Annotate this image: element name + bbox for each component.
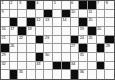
cell-7-0[interactable]: 32 xyxy=(1,62,10,71)
black-cell-7-6 xyxy=(53,62,62,71)
cell-3-1[interactable]: 17 xyxy=(10,27,19,36)
cell-1-3[interactable] xyxy=(27,10,36,19)
clue-number: 3 xyxy=(19,1,21,5)
cell-4-10[interactable]: 25 xyxy=(88,36,97,45)
cell-8-2[interactable]: 35 xyxy=(18,70,27,79)
cell-0-5[interactable] xyxy=(44,1,53,10)
cell-0-4[interactable]: 4 xyxy=(36,1,45,10)
cell-5-5[interactable] xyxy=(44,44,53,53)
cell-4-3[interactable] xyxy=(27,36,36,45)
clue-number: 25 xyxy=(88,36,92,40)
cell-2-7[interactable]: 14 xyxy=(62,18,71,27)
black-cell-6-4 xyxy=(36,53,45,62)
cell-2-2[interactable] xyxy=(18,18,27,27)
cell-6-0[interactable]: 29 xyxy=(1,53,10,62)
clue-number: 29 xyxy=(2,53,6,57)
black-cell-1-7 xyxy=(62,10,71,19)
cell-6-2[interactable] xyxy=(18,53,27,62)
cell-3-3[interactable]: 18 xyxy=(27,27,36,36)
cell-1-12[interactable] xyxy=(105,10,114,19)
cell-2-6[interactable] xyxy=(53,18,62,27)
clue-number: 18 xyxy=(28,27,32,31)
cell-4-5[interactable]: 23 xyxy=(44,36,53,45)
clue-number: 11 xyxy=(88,10,92,14)
clue-number: 20 xyxy=(97,27,101,31)
cell-3-11[interactable]: 20 xyxy=(97,27,106,36)
black-cell-5-0 xyxy=(1,44,10,53)
clue-number: 12 xyxy=(36,18,40,22)
cell-5-1[interactable]: 26 xyxy=(10,44,19,53)
black-cell-5-11 xyxy=(97,44,106,53)
cell-6-8[interactable] xyxy=(71,53,80,62)
cell-6-1[interactable] xyxy=(10,53,19,62)
cell-2-11[interactable] xyxy=(97,18,106,27)
cell-5-2[interactable] xyxy=(18,44,27,53)
cell-1-10[interactable]: 11 xyxy=(88,10,97,19)
cell-1-11[interactable] xyxy=(97,10,106,19)
cell-0-6[interactable]: 5 xyxy=(53,1,62,10)
cell-4-2[interactable]: 22 xyxy=(18,36,27,45)
cell-6-6[interactable] xyxy=(53,53,62,62)
cell-6-5[interactable]: 30 xyxy=(44,53,53,62)
cell-1-9[interactable] xyxy=(79,10,88,19)
cell-2-4[interactable]: 12 xyxy=(36,18,45,27)
cell-1-4[interactable] xyxy=(36,10,45,19)
cell-8-9[interactable]: 36 xyxy=(79,70,88,79)
cell-7-8[interactable]: 34 xyxy=(71,62,80,71)
cell-0-1[interactable]: 2 xyxy=(10,1,19,10)
cell-8-6[interactable] xyxy=(53,70,62,79)
cell-3-6[interactable] xyxy=(53,27,62,36)
clue-number: 24 xyxy=(80,36,84,40)
cell-7-5[interactable] xyxy=(44,62,53,71)
cell-3-9[interactable]: 19 xyxy=(79,27,88,36)
clue-number: 5 xyxy=(54,1,56,5)
cell-6-9[interactable]: 31 xyxy=(79,53,88,62)
clue-number: 35 xyxy=(19,70,23,74)
black-cell-1-5 xyxy=(44,10,53,19)
black-cell-8-1 xyxy=(10,70,19,79)
cell-4-11[interactable] xyxy=(97,36,106,45)
cell-4-7[interactable] xyxy=(62,36,71,45)
cell-5-12[interactable]: 28 xyxy=(105,44,114,53)
cell-8-4[interactable] xyxy=(36,70,45,79)
cell-8-7[interactable] xyxy=(62,70,71,79)
cell-1-6[interactable] xyxy=(53,10,62,19)
clue-number: 36 xyxy=(80,70,84,74)
cell-4-0[interactable]: 21 xyxy=(1,36,10,45)
cell-7-3[interactable] xyxy=(27,62,36,71)
cell-3-5[interactable] xyxy=(44,27,53,36)
clue-number: 30 xyxy=(45,53,49,57)
black-cell-7-7 xyxy=(62,62,71,71)
cell-0-7[interactable] xyxy=(62,1,71,10)
cell-5-7[interactable] xyxy=(62,44,71,53)
clue-number: 26 xyxy=(10,44,14,48)
clue-number: 32 xyxy=(2,62,6,66)
black-cell-2-1 xyxy=(10,18,19,27)
clue-number: 28 xyxy=(106,44,110,48)
black-cell-4-4 xyxy=(36,36,45,45)
cell-6-7[interactable] xyxy=(62,53,71,62)
clue-number: 27 xyxy=(71,44,75,48)
clue-number: 15 xyxy=(88,18,92,22)
clue-number: 6 xyxy=(71,1,73,5)
clue-number: 13 xyxy=(45,18,49,22)
cell-5-3[interactable] xyxy=(27,44,36,53)
cell-5-10[interactable] xyxy=(88,44,97,53)
cell-8-5[interactable] xyxy=(44,70,53,79)
cell-8-10[interactable] xyxy=(88,70,97,79)
black-cell-8-8 xyxy=(71,70,80,79)
clue-number: 23 xyxy=(45,36,49,40)
cell-0-2[interactable]: 3 xyxy=(18,1,27,10)
cell-7-9[interactable] xyxy=(79,62,88,71)
cell-1-8[interactable]: 10 xyxy=(71,10,80,19)
cell-3-4[interactable] xyxy=(36,27,45,36)
clue-number: 16 xyxy=(2,27,6,31)
black-cell-0-9 xyxy=(79,1,88,10)
clue-number: 4 xyxy=(36,1,38,5)
cell-3-7[interactable] xyxy=(62,27,71,36)
clue-number: 21 xyxy=(2,36,6,40)
cell-3-12[interactable] xyxy=(105,27,114,36)
black-cell-4-8 xyxy=(71,36,80,45)
cell-8-0[interactable] xyxy=(1,70,10,79)
cell-1-2[interactable] xyxy=(18,10,27,19)
cell-2-8[interactable] xyxy=(71,18,80,27)
cell-6-10[interactable] xyxy=(88,53,97,62)
cell-7-4[interactable]: 33 xyxy=(36,62,45,71)
black-cell-0-3 xyxy=(27,1,36,10)
clue-number: 9 xyxy=(2,10,4,14)
cell-1-0[interactable]: 9 xyxy=(1,10,10,19)
cell-0-12[interactable]: 8 xyxy=(105,1,114,10)
cell-6-11[interactable] xyxy=(97,53,106,62)
cell-6-3[interactable] xyxy=(27,53,36,62)
cell-8-3[interactable] xyxy=(27,70,36,79)
cell-5-8[interactable]: 27 xyxy=(71,44,80,53)
cell-8-12[interactable] xyxy=(105,70,114,79)
black-cell-3-2 xyxy=(18,27,27,36)
cell-2-5[interactable]: 13 xyxy=(44,18,53,27)
cell-7-2[interactable] xyxy=(18,62,27,71)
cell-2-0[interactable] xyxy=(1,18,10,27)
clue-number: 17 xyxy=(10,27,14,31)
cell-0-0[interactable]: 1 xyxy=(1,1,10,10)
cell-7-10[interactable] xyxy=(88,62,97,71)
cell-4-6[interactable] xyxy=(53,36,62,45)
cell-1-1[interactable] xyxy=(10,10,19,19)
black-cell-2-9 xyxy=(79,18,88,27)
cell-2-12[interactable] xyxy=(105,18,114,27)
clue-number: 31 xyxy=(80,53,84,57)
clue-number: 19 xyxy=(80,27,84,31)
cell-2-10[interactable]: 15 xyxy=(88,18,97,27)
black-cell-7-11 xyxy=(97,62,106,71)
cell-7-1[interactable] xyxy=(10,62,19,71)
clue-number: 10 xyxy=(71,10,75,14)
black-cell-4-12 xyxy=(105,36,114,45)
cell-7-12[interactable] xyxy=(105,62,114,71)
cell-4-9[interactable]: 24 xyxy=(79,36,88,45)
clue-number: 7 xyxy=(97,1,99,5)
cell-0-11[interactable]: 7 xyxy=(97,1,106,10)
black-cell-5-9 xyxy=(79,44,88,53)
clue-number: 1 xyxy=(2,1,4,5)
clue-number: 8 xyxy=(106,1,108,5)
cell-3-0[interactable]: 16 xyxy=(1,27,10,36)
clue-number: 14 xyxy=(62,18,66,22)
cell-8-11[interactable] xyxy=(97,70,106,79)
clue-number: 22 xyxy=(19,36,23,40)
black-cell-0-10 xyxy=(88,1,97,10)
cell-5-6[interactable] xyxy=(53,44,62,53)
clue-number: 2 xyxy=(10,1,12,5)
black-cell-2-3 xyxy=(27,18,36,27)
cell-5-4[interactable] xyxy=(36,44,45,53)
clue-number: 33 xyxy=(36,62,40,66)
clue-number: 34 xyxy=(71,62,75,66)
cell-0-8[interactable]: 6 xyxy=(71,1,80,10)
crossword-grid: 1234567891011121314151617181920212223242… xyxy=(0,0,115,80)
cell-4-1[interactable] xyxy=(10,36,19,45)
black-cell-3-10 xyxy=(88,27,97,36)
cell-3-8[interactable] xyxy=(71,27,80,36)
cell-6-12[interactable] xyxy=(105,53,114,62)
